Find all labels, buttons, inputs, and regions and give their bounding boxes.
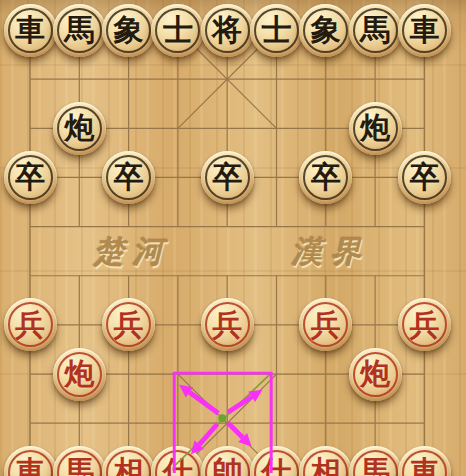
red-chariot-piece[interactable]: 車 — [4, 446, 57, 476]
piece-character: 車 — [15, 457, 45, 476]
move-arrow-head-up-right — [248, 390, 262, 402]
black-advisor-piece[interactable]: 士 — [250, 4, 303, 57]
red-soldier-piece[interactable]: 兵 — [4, 298, 57, 351]
move-arrow-down-right — [228, 423, 242, 437]
red-cannon-piece[interactable]: 炮 — [53, 348, 106, 401]
piece-character: 兵 — [311, 310, 341, 340]
black-general-piece[interactable]: 将 — [201, 4, 254, 57]
piece-character: 馬 — [360, 15, 390, 45]
red-soldier-piece[interactable]: 兵 — [299, 298, 352, 351]
move-arrow-down-left — [199, 424, 217, 445]
black-soldier-piece[interactable]: 卒 — [201, 151, 254, 204]
red-advisor-piece[interactable]: 仕 — [250, 446, 303, 476]
piece-character: 馬 — [360, 457, 390, 476]
black-cannon-piece[interactable]: 炮 — [53, 102, 106, 155]
move-arrow-head-down-right — [238, 433, 251, 446]
black-cannon-piece[interactable]: 炮 — [349, 102, 402, 155]
piece-character: 仕 — [163, 457, 193, 476]
piece-character: 帥 — [212, 457, 242, 476]
board-grid-lines — [0, 0, 466, 476]
black-soldier-piece[interactable]: 卒 — [4, 151, 57, 204]
red-cannon-piece[interactable]: 炮 — [349, 348, 402, 401]
black-chariot-piece[interactable]: 車 — [398, 4, 451, 57]
black-elephant-piece[interactable]: 象 — [299, 4, 352, 57]
black-soldier-piece[interactable]: 卒 — [102, 151, 155, 204]
piece-character: 卒 — [409, 162, 439, 192]
piece-character: 馬 — [64, 15, 94, 45]
river-label-chu-he: 楚河 — [94, 232, 172, 273]
piece-character: 士 — [163, 15, 193, 45]
piece-character: 相 — [114, 457, 144, 476]
piece-character: 馬 — [64, 457, 94, 476]
piece-character: 兵 — [409, 310, 439, 340]
red-general-piece[interactable]: 帥 — [201, 446, 254, 476]
black-horse-piece[interactable]: 馬 — [349, 4, 402, 57]
black-horse-piece[interactable]: 馬 — [53, 4, 106, 57]
black-chariot-piece[interactable]: 車 — [4, 4, 57, 57]
river-label-han-jie: 漢界 — [292, 232, 370, 273]
palace-highlight-overlay — [0, 0, 466, 476]
piece-character: 兵 — [114, 310, 144, 340]
piece-character: 車 — [409, 15, 439, 45]
red-soldier-piece[interactable]: 兵 — [201, 298, 254, 351]
red-horse-piece[interactable]: 馬 — [349, 446, 402, 476]
red-elephant-piece[interactable]: 相 — [102, 446, 155, 476]
red-elephant-piece[interactable]: 相 — [299, 446, 352, 476]
red-chariot-piece[interactable]: 車 — [398, 446, 451, 476]
piece-character: 士 — [262, 15, 292, 45]
black-soldier-piece[interactable]: 卒 — [299, 151, 352, 204]
move-arrow-up-left — [189, 392, 218, 413]
piece-character: 相 — [311, 457, 341, 476]
piece-character: 卒 — [114, 162, 144, 192]
piece-character: 炮 — [360, 113, 390, 143]
piece-character: 卒 — [15, 162, 45, 192]
piece-character: 炮 — [360, 359, 390, 389]
red-soldier-piece[interactable]: 兵 — [398, 298, 451, 351]
xiangqi-board[interactable]: 楚河 漢界 車馬象士将士象馬車炮炮卒卒卒卒卒兵兵兵兵兵炮炮車馬相仕帥仕相馬車 — [0, 0, 466, 476]
red-advisor-piece[interactable]: 仕 — [151, 446, 204, 476]
move-arrow-up-right — [228, 397, 252, 413]
black-advisor-piece[interactable]: 士 — [151, 4, 204, 57]
black-elephant-piece[interactable]: 象 — [102, 4, 155, 57]
black-soldier-piece[interactable]: 卒 — [398, 151, 451, 204]
piece-character: 炮 — [64, 359, 94, 389]
piece-character: 兵 — [212, 310, 242, 340]
move-arrow-head-up-left — [179, 385, 193, 398]
red-horse-piece[interactable]: 馬 — [53, 446, 106, 476]
palace-center-dot — [218, 414, 226, 422]
piece-character: 将 — [212, 15, 242, 45]
piece-character: 車 — [15, 15, 45, 45]
piece-character: 兵 — [15, 310, 45, 340]
piece-character: 卒 — [311, 162, 341, 192]
piece-character: 炮 — [64, 113, 94, 143]
red-soldier-piece[interactable]: 兵 — [102, 298, 155, 351]
piece-character: 卒 — [212, 162, 242, 192]
piece-character: 象 — [114, 15, 144, 45]
piece-character: 車 — [409, 457, 439, 476]
piece-character: 仕 — [262, 457, 292, 476]
piece-character: 象 — [311, 15, 341, 45]
